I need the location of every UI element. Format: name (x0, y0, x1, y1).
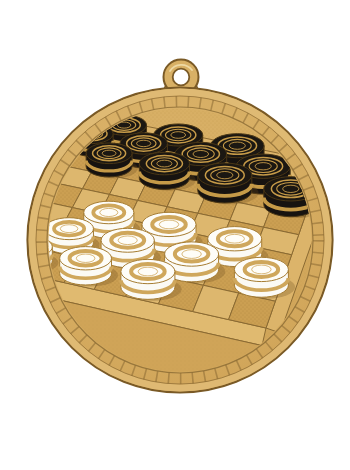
medal-image (0, 0, 350, 470)
medal-face (0, 88, 335, 424)
hanger-hole (173, 69, 190, 86)
checkers-medal-graphic (0, 0, 350, 470)
